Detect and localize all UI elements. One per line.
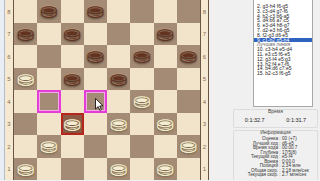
rank-label-7: 7 (5, 31, 13, 37)
square-b3[interactable] (37, 113, 60, 136)
rank-label-1: 1 (5, 166, 13, 172)
square-d7[interactable] (84, 23, 107, 46)
square-a5[interactable]: ⛂ (14, 68, 37, 91)
dark-man-c5[interactable]: ⛂ (63, 68, 81, 90)
info-label: Текущая скор. (234, 173, 278, 178)
square-h8[interactable] (177, 0, 200, 23)
dark-man-e5[interactable]: ⛂ (110, 68, 128, 90)
mouse-cursor-icon (95, 97, 104, 115)
dark-man-d6[interactable]: ⛂ (87, 45, 105, 67)
square-c1[interactable] (61, 158, 84, 181)
square-g2[interactable] (154, 135, 177, 158)
square-f2[interactable] (130, 135, 153, 158)
rank-label-3: 3 (5, 121, 13, 127)
square-g8[interactable] (154, 0, 177, 23)
black-clock: 0:1:31.7 (286, 117, 306, 123)
rank-label-5: 5 (5, 76, 13, 82)
white-man-a5[interactable]: ⛂ (17, 68, 35, 90)
square-b4[interactable] (37, 90, 60, 113)
rank-label-2: 2 (5, 144, 13, 150)
engine-info-panel: Информация Оценка:00 (+7)Лучший ход:d6-e… (233, 130, 318, 180)
square-a1[interactable]: ⛂ (14, 158, 37, 181)
square-a4[interactable] (14, 90, 37, 113)
square-e4[interactable] (107, 90, 130, 113)
white-man-h2[interactable]: ⛂ (180, 135, 198, 157)
rank-label-8: 8 (201, 9, 208, 15)
square-e6[interactable] (107, 45, 130, 68)
white-man-c3[interactable]: ⛂ (63, 113, 81, 135)
square-d8[interactable]: ⛂ (84, 0, 107, 23)
rank-label-6: 6 (5, 54, 13, 60)
square-d3[interactable] (84, 113, 107, 136)
square-e7[interactable] (107, 23, 130, 46)
square-b5[interactable] (37, 68, 60, 91)
square-g3[interactable]: ⛂ (154, 113, 177, 136)
square-g1[interactable]: ⛂ (154, 158, 177, 181)
white-man-e1[interactable]: ⛂ (110, 158, 128, 180)
white-man-a1[interactable]: ⛂ (17, 158, 35, 180)
square-c7[interactable]: ⛂ (61, 23, 84, 46)
square-f3[interactable] (130, 113, 153, 136)
square-h3[interactable] (177, 113, 200, 136)
square-g7[interactable]: ⛂ (154, 23, 177, 46)
square-c3[interactable]: ⛂ (61, 113, 84, 136)
square-f1[interactable] (130, 158, 153, 181)
square-c5[interactable]: ⛂ (61, 68, 84, 91)
info-rows: Оценка:00 (+7)Лучший ход:d6-e5Время хода… (234, 137, 317, 178)
square-c4[interactable] (61, 90, 84, 113)
square-f4[interactable]: ⛂ (130, 90, 153, 113)
info-row: Текущая скор.:2.7 млн/сек (234, 173, 317, 178)
checkers-board[interactable]: ⛂⛂⛂⛂⛂⛂⛂⛂⛂⛂⛂⛂⛂⛂⛂⛂⛂⛂⛂⛂ (14, 0, 200, 180)
white-clock: 0:1:32.7 (245, 117, 265, 123)
dark-man-b8[interactable]: ⛂ (40, 0, 58, 22)
dark-man-f6[interactable]: ⛂ (133, 45, 151, 67)
info-panel-title: Информация (234, 130, 317, 135)
square-a2[interactable] (14, 135, 37, 158)
square-b2[interactable]: ⛂ (37, 135, 60, 158)
info-value: 2.7 млн/сек (282, 173, 317, 178)
rank-label-1: 1 (201, 166, 208, 172)
square-e2[interactable] (107, 135, 130, 158)
white-man-b2[interactable]: ⛂ (40, 135, 58, 157)
checkers-app-window: 87654321 ⛂⛂⛂⛂⛂⛂⛂⛂⛂⛂⛂⛂⛂⛂⛂⛂⛂⛂⛂⛂ 87654321 2… (0, 0, 320, 180)
white-man-e3[interactable]: ⛂ (110, 113, 128, 135)
square-g6[interactable] (154, 45, 177, 68)
white-man-g1[interactable]: ⛂ (156, 158, 174, 180)
square-e1[interactable]: ⛂ (107, 158, 130, 181)
square-f6[interactable]: ⛂ (130, 45, 153, 68)
square-h7[interactable] (177, 23, 200, 46)
best-line-move[interactable]: 15. b2-c3 f6-g5 (254, 71, 312, 76)
square-c6[interactable] (61, 45, 84, 68)
square-h2[interactable]: ⛂ (177, 135, 200, 158)
rank-labels-left: 87654321 (5, 0, 14, 180)
square-d2[interactable] (84, 135, 107, 158)
rank-label-2: 2 (201, 144, 208, 150)
square-e3[interactable]: ⛂ (107, 113, 130, 136)
clock-panel: Время 0:1:32.7 0:1:31.7 (233, 109, 318, 128)
dark-man-a7[interactable]: ⛂ (17, 23, 35, 45)
square-b7[interactable] (37, 23, 60, 46)
square-e5[interactable]: ⛂ (107, 68, 130, 91)
square-f5[interactable] (130, 68, 153, 91)
square-e8[interactable] (107, 0, 130, 23)
square-c2[interactable] (61, 135, 84, 158)
dark-man-c7[interactable]: ⛂ (63, 23, 81, 45)
rank-label-4: 4 (201, 99, 208, 105)
square-d5[interactable] (84, 68, 107, 91)
rank-labels-right: 87654321 (200, 0, 209, 180)
rank-label-3: 3 (201, 121, 208, 127)
square-c8[interactable] (61, 0, 84, 23)
square-b6[interactable] (37, 45, 60, 68)
rank-label-6: 6 (201, 54, 208, 60)
square-f7[interactable] (130, 23, 153, 46)
square-a8[interactable] (14, 0, 37, 23)
square-d1[interactable] (84, 158, 107, 181)
square-h1[interactable] (177, 158, 200, 181)
square-b1[interactable] (37, 158, 60, 181)
rank-label-4: 4 (5, 99, 13, 105)
clock-panel-title: Время (234, 109, 317, 114)
square-f8[interactable] (130, 0, 153, 23)
rank-label-8: 8 (5, 9, 13, 15)
dark-man-h6[interactable]: ⛂ (180, 45, 198, 67)
square-b8[interactable]: ⛂ (37, 0, 60, 23)
square-h4[interactable] (177, 90, 200, 113)
white-man-f4[interactable]: ⛂ (133, 90, 151, 112)
square-d6[interactable]: ⛂ (84, 45, 107, 68)
square-a7[interactable]: ⛂ (14, 23, 37, 46)
move-list[interactable]: 2. g3-h4 f6-g53. c3-d4 g7-f64. b2-c3 b6-… (253, 0, 313, 107)
dark-man-d8[interactable]: ⛂ (87, 0, 105, 22)
square-a6[interactable] (14, 45, 37, 68)
square-h6[interactable]: ⛂ (177, 45, 200, 68)
square-a3[interactable] (14, 113, 37, 136)
dark-man-g7[interactable]: ⛂ (156, 23, 174, 45)
rank-label-7: 7 (201, 31, 208, 37)
rank-label-5: 5 (201, 76, 208, 82)
white-man-g3[interactable]: ⛂ (156, 113, 174, 135)
square-g4[interactable] (154, 90, 177, 113)
square-h5[interactable] (177, 68, 200, 91)
square-g5[interactable] (154, 68, 177, 91)
